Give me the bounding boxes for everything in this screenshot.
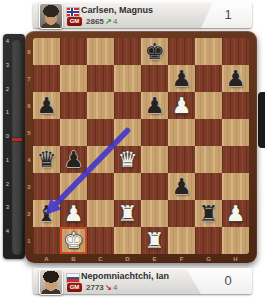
square-b4[interactable]: ♟ [60,146,87,173]
square-b2[interactable]: ♟ [60,200,87,227]
square-b8[interactable] [60,38,87,65]
square-f8[interactable] [168,38,195,65]
square-a1[interactable] [33,227,60,254]
square-c4[interactable] [87,146,114,173]
square-c5[interactable] [87,119,114,146]
square-f1[interactable] [168,227,195,254]
evaluation-marker [12,138,22,141]
white-pawn-b2[interactable]: ♟ [60,200,87,227]
rank-label-8: 8 [25,49,33,55]
chess-board-frame: ♚♟♟♟♟♟♛♟♛♟♝♟♜♜♟♚♜ 87654321ABCDEFGH [25,31,257,263]
black-pawn-a6[interactable]: ♟ [33,92,60,119]
square-f7[interactable]: ♟ [168,65,195,92]
top-player-bar: Carlsen, Magnus GM 2865 ↗ 4 1 [33,2,252,28]
file-label-a: A [42,256,52,262]
file-label-e: E [150,256,160,262]
square-d2[interactable]: ♜ [114,200,141,227]
bottom-player-rating-change: 4 [113,283,117,292]
white-queen-d4[interactable]: ♛ [114,146,141,173]
square-f3[interactable]: ♟ [168,173,195,200]
square-c2[interactable] [87,200,114,227]
square-f2[interactable] [168,200,195,227]
rating-down-arrow-icon: ↘ [105,283,112,292]
eval-tick-7: 3 [3,204,12,210]
black-pawn-h7[interactable]: ♟ [222,65,249,92]
eval-tick-8: 4 [3,228,12,234]
bottom-player-name: Nepomniachtchi, Ian [81,271,169,281]
eval-tick-3: 1 [3,109,12,115]
top-player-score: 1 [218,2,238,28]
square-g2[interactable]: ♜ [195,200,222,227]
square-g8[interactable] [195,38,222,65]
square-h6[interactable] [222,92,249,119]
black-pawn-e6[interactable]: ♟ [141,92,168,119]
black-pawn-f7[interactable]: ♟ [168,65,195,92]
square-d1[interactable] [114,227,141,254]
black-queen-a4[interactable]: ♛ [33,146,60,173]
square-f5[interactable] [168,119,195,146]
square-e8[interactable]: ♚ [141,38,168,65]
square-c1[interactable] [87,227,114,254]
square-b1[interactable]: ♚ [60,227,87,254]
rating-up-arrow-icon: ↗ [105,17,112,26]
square-e2[interactable] [141,200,168,227]
file-label-b: B [69,256,79,262]
square-d6[interactable] [114,92,141,119]
rank-label-2: 2 [25,211,33,217]
square-b5[interactable] [60,119,87,146]
black-king-e8[interactable]: ♚ [141,38,168,65]
square-a2[interactable]: ♝ [33,200,60,227]
eval-tick-2: 2 [3,86,12,92]
top-player-rating: 2865 [86,17,104,26]
file-label-f: F [177,256,187,262]
square-b6[interactable] [60,92,87,119]
square-a5[interactable] [33,119,60,146]
square-g1[interactable] [195,227,222,254]
square-e3[interactable] [141,173,168,200]
russia-flag-icon [67,274,79,282]
square-e7[interactable] [141,65,168,92]
side-panel-tab[interactable] [258,92,265,148]
top-player-avatar[interactable] [39,3,63,29]
bottom-player-title-badge: GM [67,283,82,292]
file-label-c: C [96,256,106,262]
evaluation-track [12,38,22,255]
bottom-player-score: 0 [218,268,238,294]
white-king-b1[interactable]: ♚ [60,227,87,254]
square-h5[interactable] [222,119,249,146]
square-h2[interactable]: ♟ [222,200,249,227]
square-c7[interactable] [87,65,114,92]
board-squares: ♚♟♟♟♟♟♛♟♛♟♝♟♜♜♟♚♜ [33,38,249,254]
rank-label-6: 6 [25,103,33,109]
rank-label-1: 1 [25,238,33,244]
square-e1[interactable]: ♜ [141,227,168,254]
square-h4[interactable] [222,146,249,173]
white-pawn-h2[interactable]: ♟ [222,200,249,227]
file-label-d: D [123,256,133,262]
rank-label-3: 3 [25,184,33,190]
square-d3[interactable] [114,173,141,200]
white-pawn-f6[interactable]: ♟ [168,92,195,119]
eval-tick-5: 1 [3,157,12,163]
square-b3[interactable] [60,173,87,200]
eval-tick-6: 2 [3,181,12,187]
top-player-title-badge: GM [67,17,82,26]
black-pawn-b4[interactable]: ♟ [60,146,87,173]
square-g3[interactable] [195,173,222,200]
square-e5[interactable] [141,119,168,146]
square-a7[interactable] [33,65,60,92]
square-d8[interactable] [114,38,141,65]
bottom-player-rating: 2773 [86,283,104,292]
square-d4[interactable]: ♛ [114,146,141,173]
norway-flag-icon [67,8,79,16]
square-h8[interactable] [222,38,249,65]
square-g5[interactable] [195,119,222,146]
square-d7[interactable] [114,65,141,92]
square-f4[interactable] [168,146,195,173]
white-rook-d2[interactable]: ♜ [114,200,141,227]
square-h7[interactable]: ♟ [222,65,249,92]
square-a4[interactable]: ♛ [33,146,60,173]
square-a8[interactable] [33,38,60,65]
bottom-player-avatar[interactable] [39,269,63,295]
square-b7[interactable] [60,65,87,92]
square-g7[interactable] [195,65,222,92]
black-pawn-f3[interactable]: ♟ [168,173,195,200]
eval-tick-0: 4 [3,38,12,44]
file-label-h: H [231,256,241,262]
square-a6[interactable]: ♟ [33,92,60,119]
square-e4[interactable] [141,146,168,173]
black-bishop-a2[interactable]: ♝ [33,200,60,227]
square-f6[interactable]: ♟ [168,92,195,119]
rank-label-4: 4 [25,157,33,163]
game-viewer: Carlsen, Magnus GM 2865 ↗ 4 1 432101234 … [0,0,265,300]
square-e6[interactable]: ♟ [141,92,168,119]
eval-tick-1: 3 [3,62,12,68]
square-c8[interactable] [87,38,114,65]
rank-label-5: 5 [25,130,33,136]
top-player-rating-change: 4 [113,17,117,26]
rank-label-7: 7 [25,76,33,82]
evaluation-bar[interactable]: 432101234 [3,34,25,259]
bottom-player-bar: Nepomniachtchi, Ian GM 2773 ↘ 4 0 [33,268,252,294]
white-rook-e1[interactable]: ♜ [141,227,168,254]
black-rook-g2[interactable]: ♜ [195,200,222,227]
square-c3[interactable] [87,173,114,200]
file-label-g: G [204,256,214,262]
top-player-name: Carlsen, Magnus [81,5,153,15]
square-g4[interactable] [195,146,222,173]
square-a3[interactable] [33,173,60,200]
square-g6[interactable] [195,92,222,119]
square-d5[interactable] [114,119,141,146]
square-h1[interactable] [222,227,249,254]
eval-tick-4: 0 [3,133,12,139]
square-h3[interactable] [222,173,249,200]
square-c6[interactable] [87,92,114,119]
